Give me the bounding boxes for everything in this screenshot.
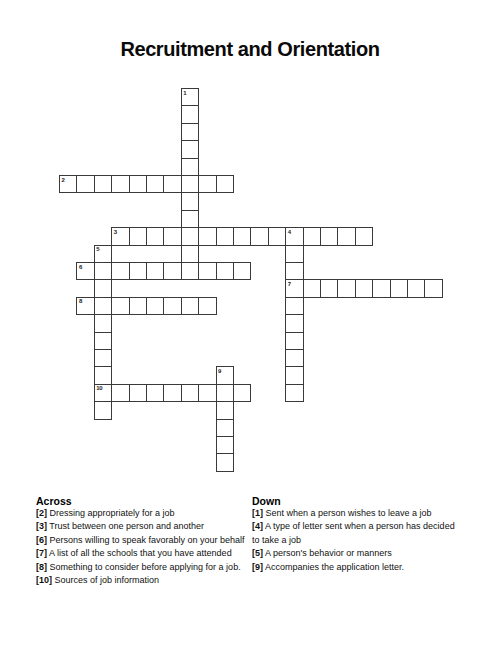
grid-cell[interactable] — [111, 384, 129, 402]
grid-cell[interactable] — [303, 227, 321, 245]
grid-cell[interactable] — [163, 384, 181, 402]
grid-cell[interactable] — [285, 245, 303, 263]
clue-text: A list of all the schools that you have … — [49, 548, 232, 558]
grid-cell[interactable] — [181, 175, 199, 193]
grid-cell[interactable] — [146, 175, 164, 193]
cell-number: 4 — [288, 229, 291, 235]
grid-cell[interactable]: 2 — [59, 175, 77, 193]
grid-cell[interactable] — [320, 279, 338, 297]
grid-cell[interactable] — [181, 227, 199, 245]
grid-cell[interactable] — [424, 279, 442, 297]
grid-cell[interactable] — [146, 227, 164, 245]
clue-line: [9] Accompanies the application letter. — [252, 561, 488, 574]
grid-cell[interactable] — [94, 175, 112, 193]
cell-number: 9 — [218, 368, 221, 374]
clue-number-label: [7] — [36, 548, 47, 558]
grid-cell[interactable] — [390, 279, 408, 297]
grid-cell[interactable] — [285, 262, 303, 280]
grid-cell[interactable] — [181, 384, 199, 402]
grid-cell[interactable] — [163, 262, 181, 280]
clue-number-label: [1] — [252, 508, 263, 518]
clue-number-label: [4] — [252, 521, 263, 531]
clue-line: [4] A type of letter sent when a person … — [252, 520, 488, 533]
clue-text: Sources of job information — [55, 575, 160, 585]
grid-cell[interactable] — [355, 227, 373, 245]
clue-line: [6] Persons willing to speak favorably o… — [36, 534, 251, 547]
grid-cell[interactable] — [303, 279, 321, 297]
across-clues-panel: Across [2] Dressing appropriately for a … — [36, 495, 251, 587]
grid-cell[interactable] — [94, 314, 112, 332]
cell-number: 3 — [114, 229, 117, 235]
grid-cell[interactable] — [233, 227, 251, 245]
clue-number-label: [9] — [252, 562, 263, 572]
grid-cell[interactable] — [129, 175, 147, 193]
clue-line: [3] Trust between one person and another — [36, 520, 251, 533]
cell-number: 8 — [79, 298, 82, 304]
grid-cell[interactable] — [163, 297, 181, 315]
grid-cell[interactable] — [216, 419, 234, 437]
grid-cell[interactable] — [129, 262, 147, 280]
grid-cell[interactable] — [216, 175, 234, 193]
grid-cell[interactable] — [337, 227, 355, 245]
clue-text: to take a job — [252, 535, 301, 545]
grid-cell[interactable] — [163, 175, 181, 193]
grid-cell[interactable] — [198, 262, 216, 280]
grid-cell[interactable] — [181, 140, 199, 158]
grid-cell[interactable] — [337, 279, 355, 297]
clue-text: Sent when a person wishes to leave a job — [266, 508, 432, 518]
grid-cell[interactable] — [216, 453, 234, 471]
clue-line: [5] A person's behavior or manners — [252, 547, 488, 560]
grid-cell[interactable]: 4 — [285, 227, 303, 245]
clue-text: Persons willing to speak favorably on yo… — [50, 535, 245, 545]
grid-cell[interactable]: 10 — [94, 384, 112, 402]
grid-cell[interactable] — [94, 297, 112, 315]
cell-number: 2 — [62, 177, 65, 183]
grid-cell[interactable]: 6 — [76, 262, 94, 280]
down-header: Down — [252, 495, 488, 507]
grid-cell[interactable] — [94, 366, 112, 384]
grid-cell[interactable]: 9 — [216, 366, 234, 384]
grid-cell[interactable] — [146, 297, 164, 315]
grid-cell[interactable] — [216, 384, 234, 402]
grid-cell[interactable] — [181, 158, 199, 176]
grid-cell[interactable] — [372, 279, 390, 297]
down-clue-list: [1] Sent when a person wishes to leave a… — [252, 507, 488, 574]
grid-cell[interactable] — [355, 279, 373, 297]
grid-cell[interactable] — [268, 227, 286, 245]
grid-cell[interactable] — [111, 175, 129, 193]
crossword-grid: 12345678910 — [59, 88, 443, 472]
across-header: Across — [36, 495, 251, 507]
clue-text: Trust between one person and another — [49, 521, 204, 531]
clue-text: A type of letter sent when a person has … — [265, 521, 455, 531]
grid-cell[interactable]: 3 — [111, 227, 129, 245]
grid-cell[interactable] — [216, 436, 234, 454]
grid-cell[interactable] — [94, 279, 112, 297]
clue-number-label: [8] — [36, 562, 47, 572]
clue-line: [2] Dressing appropriately for a job — [36, 507, 251, 520]
clue-number-label: [5] — [252, 548, 263, 558]
grid-cell[interactable] — [216, 227, 234, 245]
grid-cell[interactable]: 5 — [94, 245, 112, 263]
grid-cell[interactable] — [111, 262, 129, 280]
clue-number-label: [2] — [36, 508, 47, 518]
grid-cell[interactable] — [285, 366, 303, 384]
grid-cell[interactable] — [94, 332, 112, 350]
cell-number: 1 — [183, 90, 186, 96]
grid-cell[interactable] — [198, 297, 216, 315]
grid-cell[interactable] — [250, 227, 268, 245]
grid-cell[interactable] — [285, 314, 303, 332]
grid-cell[interactable] — [233, 262, 251, 280]
grid-cell[interactable] — [163, 227, 181, 245]
grid-cell[interactable] — [181, 245, 199, 263]
clue-number-label: [3] — [36, 521, 47, 531]
grid-cell[interactable] — [76, 175, 94, 193]
clue-line: [8] Something to consider before applyin… — [36, 561, 251, 574]
grid-cell[interactable] — [285, 349, 303, 367]
clue-line: [7] A list of all the schools that you h… — [36, 547, 251, 560]
across-clue-list: [2] Dressing appropriately for a job[3] … — [36, 507, 251, 587]
grid-cell[interactable]: 8 — [76, 297, 94, 315]
clue-text: Dressing appropriately for a job — [50, 508, 175, 518]
clue-line: [1] Sent when a person wishes to leave a… — [252, 507, 488, 520]
grid-cell[interactable] — [181, 123, 199, 141]
grid-cell[interactable] — [129, 227, 147, 245]
grid-cell[interactable] — [146, 262, 164, 280]
clue-text: Accompanies the application letter. — [265, 562, 404, 572]
grid-cell[interactable] — [146, 384, 164, 402]
grid-cell[interactable] — [111, 297, 129, 315]
grid-cell[interactable] — [181, 297, 199, 315]
grid-cell[interactable] — [181, 210, 199, 228]
grid-cell[interactable] — [94, 262, 112, 280]
clue-text: A person's behavior or manners — [265, 548, 392, 558]
cell-number: 6 — [79, 264, 82, 270]
grid-cell[interactable] — [216, 262, 234, 280]
clue-number-label: [6] — [36, 535, 47, 545]
cell-number: 10 — [96, 385, 102, 391]
cell-number: 7 — [288, 281, 291, 287]
grid-cell[interactable] — [198, 227, 216, 245]
grid-cell[interactable] — [285, 384, 303, 402]
cell-number: 5 — [96, 246, 99, 252]
grid-cell[interactable] — [198, 175, 216, 193]
grid-cell[interactable] — [94, 349, 112, 367]
grid-cell[interactable]: 7 — [285, 279, 303, 297]
grid-cell[interactable] — [320, 227, 338, 245]
clue-line: to take a job — [252, 534, 488, 547]
grid-cell[interactable] — [285, 297, 303, 315]
grid-cell[interactable] — [285, 332, 303, 350]
grid-cell[interactable] — [181, 262, 199, 280]
clue-line: [10] Sources of job information — [36, 574, 251, 587]
down-clues-panel: Down [1] Sent when a person wishes to le… — [252, 495, 488, 574]
grid-cell[interactable] — [233, 384, 251, 402]
page-title: Recruitment and Orientation — [0, 38, 500, 61]
grid-cell[interactable] — [216, 401, 234, 419]
grid-cell[interactable] — [198, 384, 216, 402]
clue-number-label: [10] — [36, 575, 52, 585]
grid-cell[interactable]: 1 — [181, 88, 199, 106]
grid-cell[interactable] — [94, 401, 112, 419]
grid-cell[interactable] — [181, 105, 199, 123]
grid-cell[interactable] — [407, 279, 425, 297]
clue-text: Something to consider before applying fo… — [50, 562, 241, 572]
grid-cell[interactable] — [129, 384, 147, 402]
grid-cell[interactable] — [129, 297, 147, 315]
crossword-page: Recruitment and Orientation 12345678910 … — [0, 0, 500, 647]
grid-cell[interactable] — [181, 192, 199, 210]
